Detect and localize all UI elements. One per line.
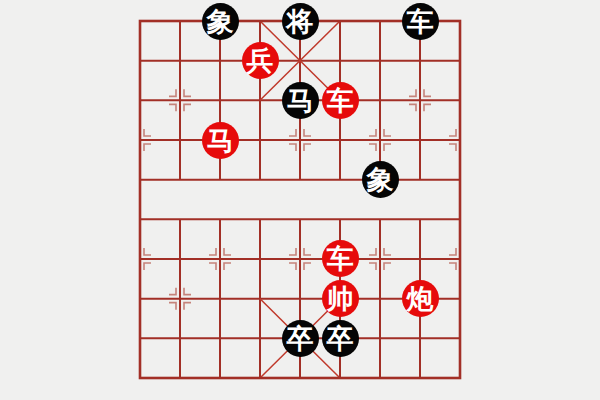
black-soldier-piece[interactable]: 卒 bbox=[282, 320, 319, 357]
pieces-layer: 象将车兵马车马象车帅炮卒卒 bbox=[120, 1, 480, 398]
red-cannon-piece[interactable]: 炮 bbox=[402, 280, 439, 317]
xiangqi-board: 象将车兵马车马象车帅炮卒卒 bbox=[140, 21, 460, 378]
black-elephant-piece[interactable]: 象 bbox=[202, 3, 239, 40]
canvas: 象将车兵马车马象车帅炮卒卒 bbox=[0, 0, 600, 400]
black-elephant-piece[interactable]: 象 bbox=[362, 161, 399, 198]
red-chariot-piece[interactable]: 车 bbox=[322, 82, 359, 119]
black-soldier-piece[interactable]: 卒 bbox=[322, 320, 359, 357]
black-chariot-piece[interactable]: 车 bbox=[402, 3, 439, 40]
red-horse-piece[interactable]: 马 bbox=[202, 122, 239, 159]
red-soldier-piece[interactable]: 兵 bbox=[242, 42, 279, 79]
black-general-piece[interactable]: 将 bbox=[282, 3, 319, 40]
red-general-piece[interactable]: 帅 bbox=[322, 280, 359, 317]
black-horse-piece[interactable]: 马 bbox=[282, 82, 319, 119]
red-chariot-piece[interactable]: 车 bbox=[322, 240, 359, 277]
